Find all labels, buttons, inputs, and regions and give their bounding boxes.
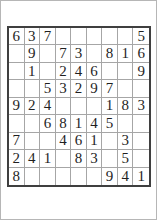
cell-r4c2[interactable]: [25, 80, 41, 97]
cell-r8c8: 5: [118, 150, 134, 167]
cell-r3c6: 6: [87, 63, 103, 80]
cell-r2c6[interactable]: [87, 45, 103, 62]
cell-r2c1[interactable]: [9, 45, 25, 62]
cell-r6c7: 5: [102, 115, 118, 132]
cell-r7c9[interactable]: [133, 133, 149, 150]
cell-r9c1: 8: [9, 168, 25, 185]
cell-r4c4: 3: [56, 80, 72, 97]
cell-r5c3: 4: [40, 98, 56, 115]
cell-r8c2: 4: [25, 150, 41, 167]
cell-r5c8: 8: [118, 98, 134, 115]
cell-r3c2: 1: [25, 63, 41, 80]
cell-r6c1[interactable]: [9, 115, 25, 132]
cell-r3c7[interactable]: [102, 63, 118, 80]
cell-r8c7[interactable]: [102, 150, 118, 167]
cell-r6c4: 8: [56, 115, 72, 132]
cell-r6c9[interactable]: [133, 115, 149, 132]
cell-r6c6: 4: [87, 115, 103, 132]
cell-r1c4[interactable]: [56, 28, 72, 45]
cell-r5c9: 3: [133, 98, 149, 115]
cell-r4c1[interactable]: [9, 80, 25, 97]
cell-r4c6: 9: [87, 80, 103, 97]
cell-r1c7[interactable]: [102, 28, 118, 45]
puzzle-page: 6375973816124695329792418368145746132418…: [0, 0, 157, 220]
cell-r7c3[interactable]: [40, 133, 56, 150]
cell-r4c5: 2: [71, 80, 87, 97]
cell-r7c5: 6: [71, 133, 87, 150]
cell-r5c7: 1: [102, 98, 118, 115]
cell-r9c8: 4: [118, 168, 134, 185]
cell-r3c8[interactable]: [118, 63, 134, 80]
cell-r8c6: 3: [87, 150, 103, 167]
sudoku-board: 6375973816124695329792418368145746132418…: [7, 26, 151, 187]
cell-r8c3: 1: [40, 150, 56, 167]
cell-r5c6[interactable]: [87, 98, 103, 115]
cell-r1c2: 3: [25, 28, 41, 45]
cell-r2c8: 1: [118, 45, 134, 62]
cell-r8c5: 8: [71, 150, 87, 167]
cell-r3c3[interactable]: [40, 63, 56, 80]
cell-r1c1: 6: [9, 28, 25, 45]
cell-r1c6[interactable]: [87, 28, 103, 45]
cell-r5c2: 2: [25, 98, 41, 115]
cell-r6c8[interactable]: [118, 115, 134, 132]
cell-r7c4: 4: [56, 133, 72, 150]
cell-r2c4: 7: [56, 45, 72, 62]
cell-r7c8: 3: [118, 133, 134, 150]
cell-r3c1[interactable]: [9, 63, 25, 80]
cell-r1c8[interactable]: [118, 28, 134, 45]
cell-r9c6[interactable]: [87, 168, 103, 185]
cell-r8c4[interactable]: [56, 150, 72, 167]
cell-r2c5: 3: [71, 45, 87, 62]
cell-r4c8[interactable]: [118, 80, 134, 97]
cell-r5c4[interactable]: [56, 98, 72, 115]
cell-r3c9: 9: [133, 63, 149, 80]
cell-r1c9: 5: [133, 28, 149, 45]
cell-r7c1: 7: [9, 133, 25, 150]
cell-r7c6: 1: [87, 133, 103, 150]
cell-r8c9[interactable]: [133, 150, 149, 167]
cell-r6c5: 1: [71, 115, 87, 132]
cell-r2c2: 9: [25, 45, 41, 62]
cell-r9c7: 9: [102, 168, 118, 185]
cell-r4c9[interactable]: [133, 80, 149, 97]
cell-r6c3: 6: [40, 115, 56, 132]
cell-r9c4[interactable]: [56, 168, 72, 185]
cell-r7c2[interactable]: [25, 133, 41, 150]
cell-r2c3[interactable]: [40, 45, 56, 62]
cell-r2c7: 8: [102, 45, 118, 62]
cell-r5c1: 9: [9, 98, 25, 115]
cell-r9c5[interactable]: [71, 168, 87, 185]
cell-r9c3[interactable]: [40, 168, 56, 185]
cell-r5c5[interactable]: [71, 98, 87, 115]
cell-r3c5: 4: [71, 63, 87, 80]
cell-r1c3: 7: [40, 28, 56, 45]
cell-r9c2[interactable]: [25, 168, 41, 185]
cell-r4c7: 7: [102, 80, 118, 97]
cell-r4c3: 5: [40, 80, 56, 97]
cell-r2c9: 6: [133, 45, 149, 62]
cell-r9c9: 1: [133, 168, 149, 185]
cell-r1c5[interactable]: [71, 28, 87, 45]
cell-r7c7[interactable]: [102, 133, 118, 150]
cell-r8c1: 2: [9, 150, 25, 167]
cell-r3c4: 2: [56, 63, 72, 80]
cell-r6c2[interactable]: [25, 115, 41, 132]
